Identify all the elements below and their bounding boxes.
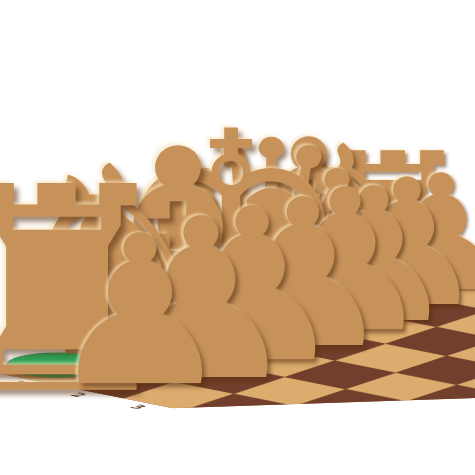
board-square xyxy=(366,431,475,459)
board-square xyxy=(468,397,475,425)
board-square xyxy=(356,402,466,430)
board-square xyxy=(245,406,355,434)
edge-label: 8 xyxy=(420,462,457,471)
product-photo-stage: 12345678 ♜♞♝♛♚♝♞♜♟♟♟♟♟♟♟♟ xyxy=(0,0,475,475)
edge-label: 7 xyxy=(360,450,397,459)
board-square xyxy=(306,418,416,446)
edge-label: 6 xyxy=(300,438,337,447)
chess-board: 12345678 xyxy=(0,230,475,475)
board-square xyxy=(427,443,475,471)
board-grid xyxy=(2,242,475,470)
board-square xyxy=(417,414,475,442)
edge-label: 5 xyxy=(240,426,277,435)
board-clip: 12345678 xyxy=(0,0,475,475)
edge-label: 4 xyxy=(180,414,217,423)
